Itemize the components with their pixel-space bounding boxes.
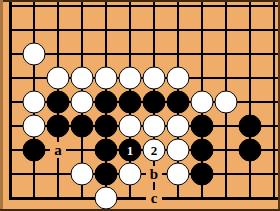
grid-line-horizontal — [9, 173, 280, 175]
black-stone — [95, 115, 118, 138]
image-border-right — [278, 0, 280, 211]
white-stone — [71, 91, 94, 114]
black-stone — [239, 139, 262, 162]
stone-label: 1 — [127, 144, 134, 157]
white-stone — [119, 67, 142, 90]
white-stone — [167, 163, 190, 186]
image-border-left — [0, 0, 3, 211]
black-stone — [167, 91, 190, 114]
white-stone — [119, 115, 142, 138]
black-stone — [47, 115, 70, 138]
white-stone — [23, 115, 46, 138]
grid-line-horizontal — [9, 29, 280, 31]
image-border-top — [0, 0, 280, 2]
black-stone — [95, 163, 118, 186]
white-stone — [167, 115, 190, 138]
black-stone — [191, 139, 214, 162]
white-stone — [143, 67, 166, 90]
black-stone — [191, 163, 214, 186]
white-stone — [143, 115, 166, 138]
white-stone — [71, 163, 94, 186]
black-stone — [23, 139, 46, 162]
white-stone — [191, 91, 214, 114]
board-edge-line-bottom — [9, 197, 280, 200]
white-stone — [47, 67, 70, 90]
white-stone — [215, 91, 238, 114]
black-stone — [95, 91, 118, 114]
point-label-c: c — [146, 190, 162, 206]
image-border-bottom — [0, 209, 280, 211]
white-stone — [23, 43, 46, 66]
stone-label: 2 — [151, 144, 158, 157]
grid-line-horizontal — [9, 53, 280, 55]
point-label-a: a — [50, 142, 66, 158]
black-stone — [47, 91, 70, 114]
point-label-b: b — [146, 166, 162, 182]
black-stone — [71, 115, 94, 138]
black-stone — [119, 91, 142, 114]
white-stone — [23, 91, 46, 114]
black-stone-1: 1 — [119, 139, 142, 162]
go-board-diagram: abc 12 — [0, 0, 280, 211]
white-stone-2: 2 — [143, 139, 166, 162]
black-stone — [191, 115, 214, 138]
black-stone — [95, 139, 118, 162]
white-stone — [95, 187, 118, 210]
white-stone — [167, 67, 190, 90]
white-stone — [95, 67, 118, 90]
black-stone — [143, 91, 166, 114]
grid-line-horizontal — [9, 5, 280, 7]
white-stone — [71, 67, 94, 90]
white-stone — [119, 163, 142, 186]
white-stone — [167, 139, 190, 162]
black-stone — [239, 115, 262, 138]
